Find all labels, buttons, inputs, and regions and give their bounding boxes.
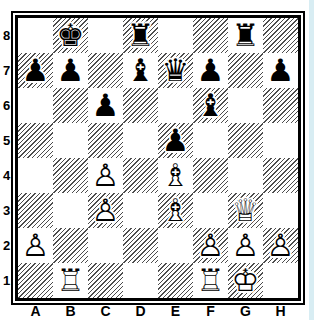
square-e8[interactable]	[158, 18, 193, 53]
square-g3[interactable]: ♛♕	[228, 193, 263, 228]
black-pawn[interactable]: ♟	[193, 53, 228, 88]
square-g1[interactable]: ♚♔	[228, 263, 263, 298]
square-f5[interactable]	[193, 123, 228, 158]
black-king[interactable]: ♚	[53, 18, 88, 53]
black-rook[interactable]: ♜	[123, 18, 158, 53]
black-pawn[interactable]: ♟	[263, 53, 298, 88]
file-label-e: E	[158, 303, 193, 319]
square-d6[interactable]	[123, 88, 158, 123]
square-b7[interactable]: ♟♟	[53, 53, 88, 88]
square-e5[interactable]: ♟♟	[158, 123, 193, 158]
square-e2[interactable]	[158, 228, 193, 263]
square-a7[interactable]: ♟♟	[18, 53, 53, 88]
square-g8[interactable]: ♜♜	[228, 18, 263, 53]
white-pawn[interactable]: ♙	[228, 228, 263, 263]
white-pawn[interactable]: ♙	[263, 228, 298, 263]
square-e7[interactable]: ♛♛	[158, 53, 193, 88]
black-pawn[interactable]: ♟	[158, 123, 193, 158]
square-g5[interactable]	[228, 123, 263, 158]
black-bishop[interactable]: ♝	[123, 53, 158, 88]
square-h4[interactable]	[263, 158, 298, 193]
black-pawn[interactable]: ♟	[18, 53, 53, 88]
square-d2[interactable]	[123, 228, 158, 263]
white-rook[interactable]: ♖	[193, 263, 228, 298]
black-bishop[interactable]: ♝	[193, 88, 228, 123]
square-b2[interactable]	[53, 228, 88, 263]
square-f1[interactable]: ♜♖	[193, 263, 228, 298]
square-h2[interactable]: ♟♙	[263, 228, 298, 263]
chess-board: ♚♚♜♜♜♜♟♟♟♟♝♝♛♛♟♟♟♟♟♟♝♝♟♟♟♙♝♗♟♙♝♗♛♕♟♙♟♙♟♙…	[11, 11, 305, 305]
square-c4[interactable]: ♟♙	[88, 158, 123, 193]
white-king[interactable]: ♔	[228, 263, 263, 298]
square-h6[interactable]	[263, 88, 298, 123]
square-g2[interactable]: ♟♙	[228, 228, 263, 263]
square-d1[interactable]	[123, 263, 158, 298]
white-bishop[interactable]: ♗	[158, 193, 193, 228]
square-b6[interactable]	[53, 88, 88, 123]
white-pawn[interactable]: ♙	[18, 228, 53, 263]
file-label-f: F	[193, 303, 228, 319]
square-e1[interactable]	[158, 263, 193, 298]
square-g6[interactable]	[228, 88, 263, 123]
square-f7[interactable]: ♟♟	[193, 53, 228, 88]
square-b1[interactable]: ♜♖	[53, 263, 88, 298]
board-grid: ♚♚♜♜♜♜♟♟♟♟♝♝♛♛♟♟♟♟♟♟♝♝♟♟♟♙♝♗♟♙♝♗♛♕♟♙♟♙♟♙…	[18, 18, 298, 298]
white-pawn[interactable]: ♙	[193, 228, 228, 263]
square-b5[interactable]	[53, 123, 88, 158]
square-c1[interactable]	[88, 263, 123, 298]
square-b8[interactable]: ♚♚	[53, 18, 88, 53]
square-d5[interactable]	[123, 123, 158, 158]
square-a3[interactable]	[18, 193, 53, 228]
square-f4[interactable]	[193, 158, 228, 193]
square-e3[interactable]: ♝♗	[158, 193, 193, 228]
square-d7[interactable]: ♝♝	[123, 53, 158, 88]
chess-diagram-page: 87654321 ♚♚♜♜♜♜♟♟♟♟♝♝♛♛♟♟♟♟♟♟♝♝♟♟♟♙♝♗♟♙♝…	[0, 0, 314, 320]
file-label-b: B	[53, 303, 88, 319]
file-label-c: C	[88, 303, 123, 319]
square-e6[interactable]	[158, 88, 193, 123]
square-d8[interactable]: ♜♜	[123, 18, 158, 53]
square-f6[interactable]: ♝♝	[193, 88, 228, 123]
file-label-g: G	[228, 303, 263, 319]
square-c6[interactable]: ♟♟	[88, 88, 123, 123]
square-a4[interactable]	[18, 158, 53, 193]
file-label-a: A	[18, 303, 53, 319]
square-f3[interactable]	[193, 193, 228, 228]
square-h8[interactable]	[263, 18, 298, 53]
square-a8[interactable]	[18, 18, 53, 53]
square-h7[interactable]: ♟♟	[263, 53, 298, 88]
white-rook[interactable]: ♖	[53, 263, 88, 298]
black-pawn[interactable]: ♟	[88, 88, 123, 123]
square-h1[interactable]	[263, 263, 298, 298]
square-a2[interactable]: ♟♙	[18, 228, 53, 263]
black-queen[interactable]: ♛	[158, 53, 193, 88]
square-a6[interactable]	[18, 88, 53, 123]
black-rook[interactable]: ♜	[228, 18, 263, 53]
white-queen[interactable]: ♕	[228, 193, 263, 228]
square-c3[interactable]: ♟♙	[88, 193, 123, 228]
square-h3[interactable]	[263, 193, 298, 228]
square-g7[interactable]	[228, 53, 263, 88]
square-c7[interactable]	[88, 53, 123, 88]
square-f8[interactable]	[193, 18, 228, 53]
square-h5[interactable]	[263, 123, 298, 158]
square-d4[interactable]	[123, 158, 158, 193]
square-c2[interactable]	[88, 228, 123, 263]
image-right-edge	[309, 0, 314, 320]
square-f2[interactable]: ♟♙	[193, 228, 228, 263]
white-pawn[interactable]: ♙	[88, 193, 123, 228]
chess-board-inner-frame: ♚♚♜♜♜♜♟♟♟♟♝♝♛♛♟♟♟♟♟♟♝♝♟♟♟♙♝♗♟♙♝♗♛♕♟♙♟♙♟♙…	[15, 15, 301, 301]
square-e4[interactable]: ♝♗	[158, 158, 193, 193]
square-d3[interactable]	[123, 193, 158, 228]
file-labels: ABCDEFGH	[18, 303, 298, 319]
white-pawn[interactable]: ♙	[88, 158, 123, 193]
file-label-h: H	[263, 303, 298, 319]
square-a1[interactable]	[18, 263, 53, 298]
white-bishop[interactable]: ♗	[158, 158, 193, 193]
square-b3[interactable]	[53, 193, 88, 228]
square-c5[interactable]	[88, 123, 123, 158]
square-b4[interactable]	[53, 158, 88, 193]
file-label-d: D	[123, 303, 158, 319]
square-g4[interactable]	[228, 158, 263, 193]
black-pawn[interactable]: ♟	[53, 53, 88, 88]
square-c8[interactable]	[88, 18, 123, 53]
square-a5[interactable]	[18, 123, 53, 158]
